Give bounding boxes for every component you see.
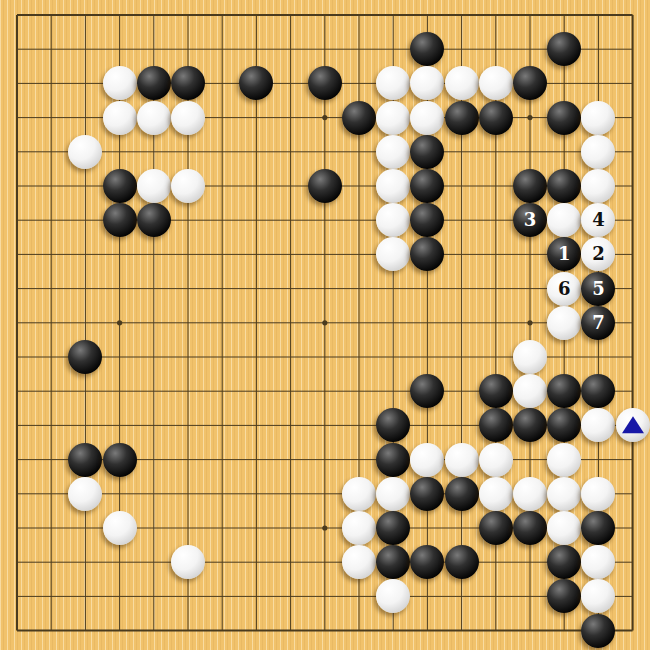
move-number-label: 7: [592, 314, 605, 332]
white-stone: [171, 169, 205, 203]
move-number-label: 6: [558, 280, 571, 298]
white-stone: [342, 545, 376, 579]
white-stone: [171, 101, 205, 135]
black-stone: [445, 477, 479, 511]
black-stone: [137, 203, 171, 237]
move-number-label: 4: [592, 211, 605, 229]
black-stone: [410, 477, 444, 511]
white-stone: [547, 443, 581, 477]
black-stone: [479, 511, 513, 545]
white-stone: [410, 443, 444, 477]
white-stone: [103, 66, 137, 100]
white-stone: [342, 477, 376, 511]
star-point: [117, 320, 122, 325]
go-board[interactable]: 3412657: [0, 0, 650, 650]
white-stone: [137, 101, 171, 135]
white-stone: [616, 408, 650, 442]
white-stone: [547, 306, 581, 340]
white-stone: [342, 511, 376, 545]
black-stone: [445, 101, 479, 135]
white-stone: [376, 101, 410, 135]
white-stone: [513, 340, 547, 374]
black-stone: [308, 169, 342, 203]
white-stone: [581, 477, 615, 511]
move-number-label: 5: [592, 280, 605, 298]
white-stone: [376, 477, 410, 511]
star-point: [527, 115, 532, 120]
white-stone: [479, 443, 513, 477]
black-stone: [137, 66, 171, 100]
star-point: [322, 525, 327, 530]
black-stone: [103, 443, 137, 477]
move-number-label: 3: [524, 211, 537, 229]
black-stone: [342, 101, 376, 135]
black-stone: [479, 101, 513, 135]
black-stone: [581, 614, 615, 648]
triangle-marker: [622, 417, 644, 434]
star-point: [527, 320, 532, 325]
white-stone: [376, 169, 410, 203]
black-stone: [513, 511, 547, 545]
white-stone: [171, 545, 205, 579]
black-stone: [103, 203, 137, 237]
black-stone: 5: [581, 272, 615, 306]
white-stone: [103, 511, 137, 545]
white-stone: [479, 66, 513, 100]
black-stone: [547, 169, 581, 203]
white-stone: [479, 477, 513, 511]
black-stone: [547, 101, 581, 135]
black-stone: [376, 511, 410, 545]
move-number-label: 1: [558, 245, 571, 263]
white-stone: [513, 374, 547, 408]
white-stone: [445, 443, 479, 477]
white-stone: [376, 135, 410, 169]
white-stone: [137, 169, 171, 203]
black-stone: [479, 408, 513, 442]
black-stone: [445, 545, 479, 579]
black-stone: [68, 443, 102, 477]
star-point: [322, 115, 327, 120]
black-stone: [308, 66, 342, 100]
white-stone: [581, 135, 615, 169]
black-stone: [479, 374, 513, 408]
star-point: [322, 320, 327, 325]
white-stone: [581, 101, 615, 135]
white-stone: [103, 101, 137, 135]
white-stone: [445, 66, 479, 100]
move-number-label: 2: [592, 245, 605, 263]
white-stone: [547, 477, 581, 511]
black-stone: 3: [513, 203, 547, 237]
white-stone: 6: [547, 272, 581, 306]
white-stone: [547, 511, 581, 545]
white-stone: [68, 477, 102, 511]
black-stone: [103, 169, 137, 203]
black-stone: [513, 169, 547, 203]
white-stone: [513, 477, 547, 511]
black-stone: [376, 443, 410, 477]
black-stone: [410, 135, 444, 169]
black-stone: 7: [581, 306, 615, 340]
white-stone: [68, 135, 102, 169]
white-stone: [410, 101, 444, 135]
